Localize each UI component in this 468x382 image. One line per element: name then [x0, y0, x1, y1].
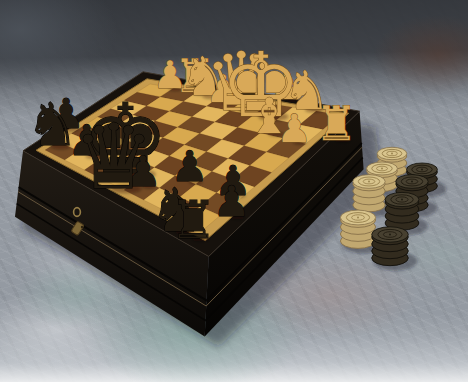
latch-keyhole-icon [81, 226, 83, 228]
black-rook-piece: ♜ [170, 190, 217, 250]
white-pawn-piece: ♟ [277, 106, 312, 151]
photo-scene: ♟♜♞♟♟♞♛♚♟♝♜♟♞♟♚♟♟♛♟♟♞♜ [0, 0, 468, 382]
black-queen-piece: ♛ [73, 104, 154, 209]
chess-set-photo: ♟♜♞♟♟♞♛♚♟♝♜♟♞♟♚♟♟♛♟♟♞♜ [0, 0, 468, 382]
black-pawn-piece: ♟ [213, 177, 251, 226]
white-rook-piece: ♜ [315, 96, 357, 151]
